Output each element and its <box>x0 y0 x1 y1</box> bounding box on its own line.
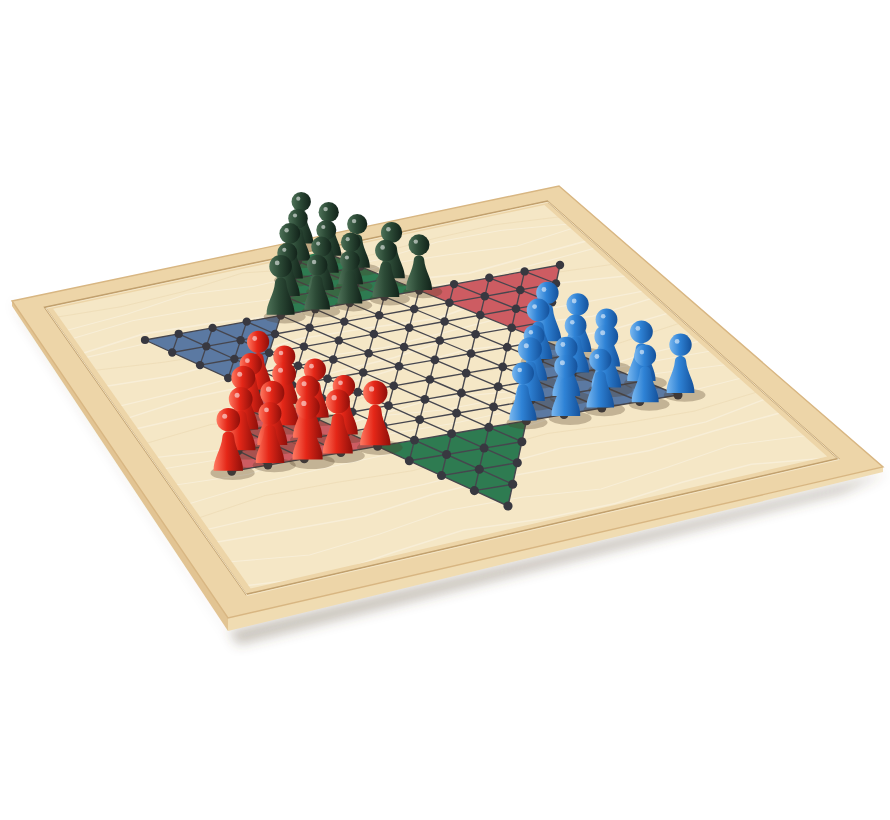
pawn-head-highlight <box>222 414 227 419</box>
pawn-head-highlight <box>532 304 537 309</box>
pawn-head <box>269 255 292 278</box>
pawn-head <box>260 381 284 405</box>
pawn-head <box>347 214 367 234</box>
pawn-head <box>363 380 387 404</box>
pawn-head <box>518 337 542 361</box>
pawn-head <box>259 402 282 425</box>
pawn-head-highlight <box>380 245 385 250</box>
pawn-head-highlight <box>245 358 250 363</box>
pawn-head <box>567 293 589 315</box>
pawn-head-highlight <box>352 219 356 223</box>
pawn-head-highlight <box>302 381 307 386</box>
pawn-head-highlight <box>640 350 645 355</box>
pawn-head-highlight <box>266 387 271 392</box>
chinese-checkers-product-photo <box>0 0 890 820</box>
pawn-head-highlight <box>386 227 391 232</box>
pawn-head <box>669 334 691 356</box>
pawn-head-highlight <box>301 401 306 406</box>
pawn-head-highlight <box>275 261 280 266</box>
pawn-head-highlight <box>264 408 269 413</box>
pawn-head <box>231 366 255 390</box>
pawn-head <box>326 389 350 413</box>
pawn-head <box>565 315 587 337</box>
pawn-head-highlight <box>570 320 575 325</box>
pawn-head <box>589 349 611 371</box>
pawn-head <box>311 237 331 257</box>
pawn-head-highlight <box>600 330 605 335</box>
pawn-head <box>319 202 339 222</box>
pawn-head-highlight <box>561 342 566 347</box>
pawn-head <box>381 222 402 243</box>
pawn-head-highlight <box>369 386 374 391</box>
pawn-head <box>409 234 430 255</box>
pawn-head-highlight <box>293 213 297 217</box>
pawn-head-highlight <box>517 368 522 373</box>
pawn-head-highlight <box>282 248 286 252</box>
pawn-head-highlight <box>312 260 316 264</box>
pawn-head-highlight <box>601 314 606 319</box>
pawn-head-highlight <box>414 239 418 243</box>
pawn-head-highlight <box>252 336 257 341</box>
pawn-head-highlight <box>338 380 343 385</box>
pawn-head <box>307 255 328 276</box>
pawn-head-highlight <box>237 372 242 377</box>
pawn-head <box>594 325 618 349</box>
pawn-head-highlight <box>524 343 529 348</box>
pawn-head-highlight <box>560 360 565 365</box>
pawn-head-highlight <box>321 225 325 229</box>
pawn-head <box>247 331 269 353</box>
pawn-head-highlight <box>572 299 577 304</box>
pawn-head-highlight <box>323 207 327 211</box>
pawn-head <box>279 223 300 244</box>
pawn-head-highlight <box>278 368 283 373</box>
pawn-head <box>554 355 577 378</box>
pawn-head-highlight <box>529 330 533 334</box>
pawn-head <box>527 299 550 322</box>
pawn-head <box>217 408 241 432</box>
pawn-head-highlight <box>345 255 349 259</box>
pawn-head-highlight <box>309 364 314 369</box>
pawn-head-highlight <box>346 237 350 241</box>
pawn-head-highlight <box>235 393 240 398</box>
pawn-head-highlight <box>675 339 680 344</box>
pawn-head-highlight <box>316 242 320 246</box>
pawn-head <box>630 320 653 343</box>
pawn-head <box>295 395 319 419</box>
pawn-head <box>512 362 534 384</box>
pawn-head-highlight <box>636 326 641 331</box>
pawn-head <box>229 387 253 411</box>
board-scene-svg <box>0 0 890 820</box>
pawn-head <box>292 192 311 211</box>
pawn-head-highlight <box>542 287 547 292</box>
pawn-head <box>375 240 397 262</box>
pawn-head <box>341 232 361 252</box>
pawn-head-highlight <box>279 351 284 356</box>
pawn-head-highlight <box>595 354 600 359</box>
pawn-head-highlight <box>284 228 288 232</box>
pawn-head <box>340 251 360 271</box>
pawn-head <box>634 345 656 367</box>
pawn-head-highlight <box>332 395 337 400</box>
pawn-head-highlight <box>296 197 300 201</box>
